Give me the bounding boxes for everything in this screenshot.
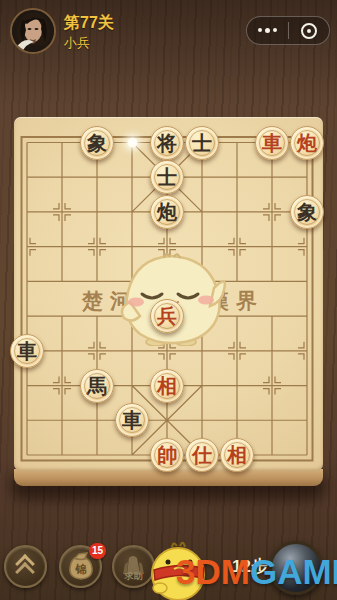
level-subtitle: 小兵 [64,34,90,52]
piece-black-将-4-0[interactable]: 将 [150,126,184,160]
xiangqi-board[interactable]: 楚河 漢界 象将士車炮士炮象兵車馬相車帥仕相 [14,117,323,471]
piece-black-炮-4-2[interactable]: 炮 [150,195,184,229]
miniprogram-capsule [246,16,330,45]
piece-black-象-2-0[interactable]: 象 [80,126,114,160]
piece-black-馬-2-7[interactable]: 馬 [80,369,114,403]
app-screen: 第77关 小兵 楚河 漢界 象将士車炮士炮象兵車馬相車帥仕相 [0,0,337,600]
piece-black-車-0-6[interactable]: 車 [10,334,44,368]
chevron-up-icon [18,557,34,573]
hint-bag-button[interactable]: 锦 15 [59,545,102,588]
player-avatar[interactable] [10,8,56,54]
piece-red-相-6-9[interactable]: 相 [220,438,254,472]
more-dots-icon [258,28,277,33]
piece-black-士-5-0[interactable]: 士 [185,126,219,160]
header-shade [0,0,337,95]
expand-menu-button[interactable] [4,545,47,588]
piece-red-仕-5-9[interactable]: 仕 [185,438,219,472]
piece-red-帥-4-9[interactable]: 帥 [150,438,184,472]
watermark: 3DMGAME [176,552,337,592]
more-button[interactable] [247,17,288,44]
close-minimize-button[interactable] [289,17,330,44]
watermark-game: GAME [250,552,337,591]
avatar-image [12,10,54,52]
piece-black-車-3-8[interactable]: 車 [115,403,149,437]
target-circle-icon [301,23,317,39]
piece-red-炮-8-0[interactable]: 炮 [290,126,324,160]
piece-red-兵-4-5[interactable]: 兵 [150,299,184,333]
piece-red-車-7-0[interactable]: 車 [255,126,289,160]
bag-count-badge: 15 [89,543,106,559]
watermark-3dm: 3DM [176,552,250,591]
last-move-marker [127,137,138,148]
piece-red-相-4-7[interactable]: 相 [150,369,184,403]
piece-black-象-8-2[interactable]: 象 [290,195,324,229]
svg-text:锦: 锦 [75,563,87,576]
level-title: 第77关 [64,13,114,34]
piece-black-士-4-1[interactable]: 士 [150,160,184,194]
